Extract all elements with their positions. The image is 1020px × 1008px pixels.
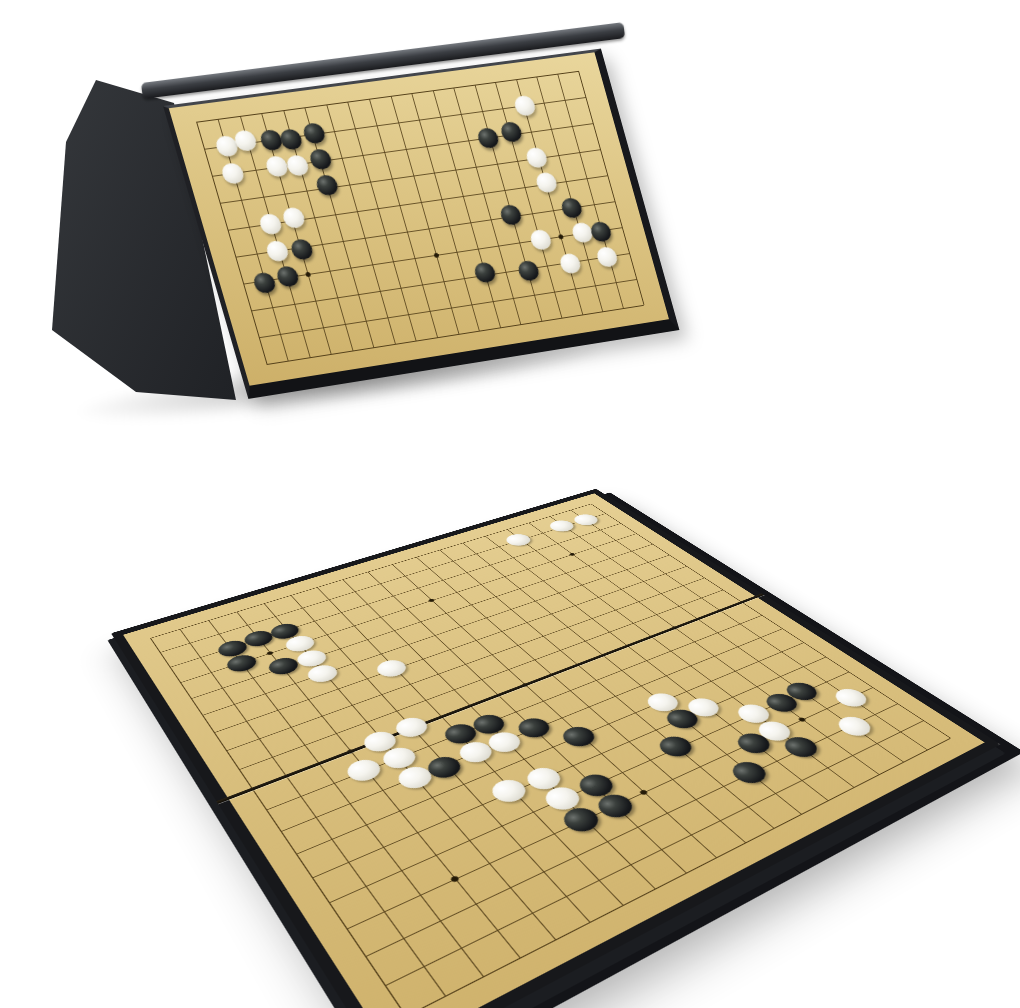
go-stone-black — [516, 259, 541, 282]
grid-line — [239, 116, 310, 357]
star-point — [558, 234, 564, 239]
go-stone-white — [284, 154, 310, 177]
grid-line — [365, 703, 898, 956]
grid-line — [369, 99, 438, 338]
go-stone-black — [589, 221, 613, 243]
grid-line — [208, 620, 484, 977]
go-stone-black — [251, 271, 277, 294]
go-set-product-photo — [0, 0, 1020, 1008]
go-stone-black — [278, 128, 304, 151]
go-stone-white — [558, 252, 583, 274]
go-stone-black — [302, 122, 328, 145]
go-stone-white — [258, 213, 284, 236]
go-stone-black — [498, 204, 523, 226]
go-stone-black — [289, 238, 315, 261]
go-stone-white — [372, 657, 410, 680]
go-stone-black — [275, 265, 301, 288]
go-stone-white — [486, 776, 531, 806]
go-stone-white — [342, 756, 385, 785]
go-stone-black — [476, 127, 501, 149]
grid-line — [578, 71, 644, 305]
go-stone-black — [513, 715, 555, 741]
grid-line — [390, 96, 459, 334]
grid-line — [347, 102, 416, 341]
go-stone-white — [264, 155, 290, 178]
star-point — [433, 252, 439, 257]
grid-line — [405, 738, 950, 1008]
go-stone-white — [528, 228, 553, 250]
go-stone-white — [281, 207, 307, 230]
go-stone-black — [308, 148, 334, 171]
grid-line — [326, 104, 396, 344]
grid-line — [150, 504, 591, 639]
grid-line — [432, 90, 500, 327]
grid-line — [557, 74, 624, 309]
go-stone-black — [499, 121, 524, 143]
go-stone-white — [391, 714, 432, 740]
standing-board-grid — [185, 61, 654, 374]
grid-line — [537, 76, 604, 311]
go-stone-black — [726, 758, 772, 787]
grid-line — [474, 85, 542, 321]
go-stone-black — [654, 733, 698, 760]
flat-board-grid — [123, 493, 985, 1008]
go-stone-black — [473, 262, 498, 285]
grid-line — [495, 82, 562, 318]
go-stone-white — [570, 512, 602, 527]
go-stone-white — [220, 161, 246, 184]
go-stone-white — [524, 146, 549, 168]
grid-line — [411, 93, 480, 331]
flat-board-surface — [111, 489, 1001, 1008]
go-stone-white — [512, 95, 537, 117]
flat-open-board — [205, 365, 845, 1005]
go-stone-black — [314, 174, 340, 197]
go-stone-white — [534, 171, 559, 193]
go-stone-white — [264, 239, 290, 262]
go-stone-black — [560, 196, 585, 218]
go-stone-white — [595, 246, 619, 268]
